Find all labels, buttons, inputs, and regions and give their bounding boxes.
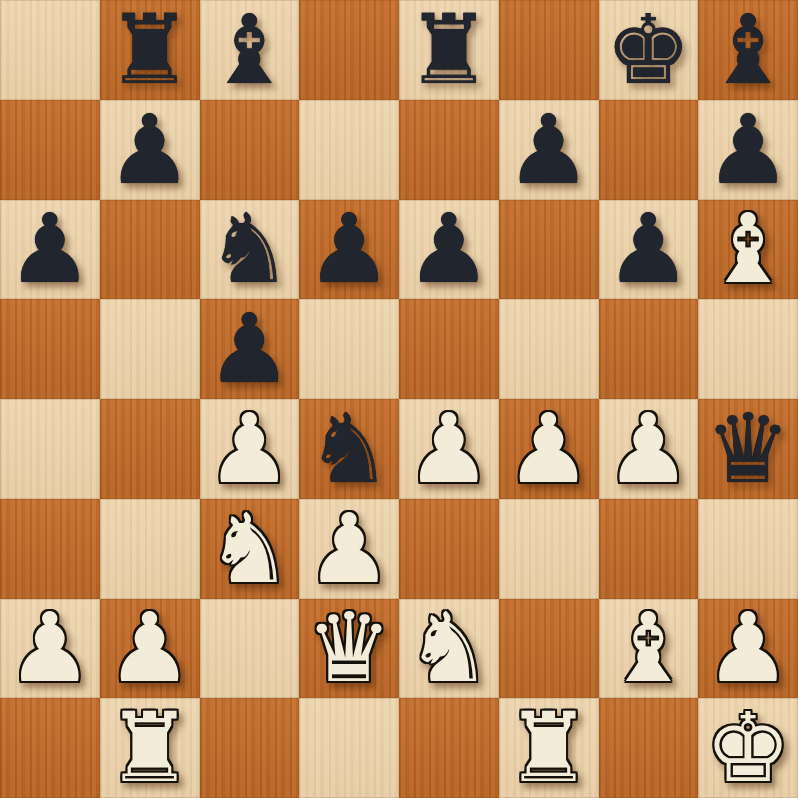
white-rook[interactable]: ♜ [100, 698, 200, 798]
square-e8[interactable]: ♜ [399, 0, 499, 100]
square-g4[interactable]: ♟ [599, 399, 699, 499]
square-f6[interactable] [499, 200, 599, 300]
square-e4[interactable]: ♟ [399, 399, 499, 499]
white-pawn[interactable]: ♟ [200, 399, 300, 499]
white-pawn[interactable]: ♟ [299, 499, 399, 599]
square-d1[interactable] [299, 698, 399, 798]
square-d3[interactable]: ♟ [299, 499, 399, 599]
square-c3[interactable]: ♞ [200, 499, 300, 599]
white-knight[interactable]: ♞ [200, 499, 300, 599]
board-wrap: ♜♝♜♚♝♟♟♟♟♞♟♟♟♝♟♟♞♟♟♟♛♞♟♟♟♛♞♝♟♜♜♚ [0, 0, 798, 798]
square-a1[interactable] [0, 698, 100, 798]
square-g5[interactable] [599, 299, 699, 399]
chess-board: ♜♝♜♚♝♟♟♟♟♞♟♟♟♝♟♟♞♟♟♟♛♞♟♟♟♛♞♝♟♜♜♚ [0, 0, 798, 798]
black-pawn[interactable]: ♟ [100, 100, 200, 200]
square-d8[interactable] [299, 0, 399, 100]
white-pawn[interactable]: ♟ [100, 599, 200, 699]
square-f4[interactable]: ♟ [499, 399, 599, 499]
square-e5[interactable] [399, 299, 499, 399]
square-h7[interactable]: ♟ [698, 100, 798, 200]
square-d7[interactable] [299, 100, 399, 200]
black-pawn[interactable]: ♟ [599, 200, 699, 300]
black-pawn[interactable]: ♟ [698, 100, 798, 200]
black-pawn[interactable]: ♟ [200, 299, 300, 399]
square-g6[interactable]: ♟ [599, 200, 699, 300]
black-pawn[interactable]: ♟ [499, 100, 599, 200]
square-c5[interactable]: ♟ [200, 299, 300, 399]
white-rook[interactable]: ♜ [499, 698, 599, 798]
square-c6[interactable]: ♞ [200, 200, 300, 300]
square-b5[interactable] [100, 299, 200, 399]
square-f1[interactable]: ♜ [499, 698, 599, 798]
square-a6[interactable]: ♟ [0, 200, 100, 300]
white-pawn[interactable]: ♟ [698, 599, 798, 699]
square-b1[interactable]: ♜ [100, 698, 200, 798]
square-a8[interactable] [0, 0, 100, 100]
white-pawn[interactable]: ♟ [399, 399, 499, 499]
white-pawn[interactable]: ♟ [599, 399, 699, 499]
square-g1[interactable] [599, 698, 699, 798]
black-pawn[interactable]: ♟ [0, 200, 100, 300]
black-knight[interactable]: ♞ [299, 399, 399, 499]
square-d2[interactable]: ♛ [299, 599, 399, 699]
square-g8[interactable]: ♚ [599, 0, 699, 100]
square-e3[interactable] [399, 499, 499, 599]
square-b2[interactable]: ♟ [100, 599, 200, 699]
square-f3[interactable] [499, 499, 599, 599]
square-f2[interactable] [499, 599, 599, 699]
square-d5[interactable] [299, 299, 399, 399]
square-a5[interactable] [0, 299, 100, 399]
square-b8[interactable]: ♜ [100, 0, 200, 100]
square-g3[interactable] [599, 499, 699, 599]
square-a4[interactable] [0, 399, 100, 499]
square-g2[interactable]: ♝ [599, 599, 699, 699]
black-king[interactable]: ♚ [599, 0, 699, 100]
square-h2[interactable]: ♟ [698, 599, 798, 699]
square-c8[interactable]: ♝ [200, 0, 300, 100]
square-a2[interactable]: ♟ [0, 599, 100, 699]
square-d6[interactable]: ♟ [299, 200, 399, 300]
white-pawn[interactable]: ♟ [499, 399, 599, 499]
square-e2[interactable]: ♞ [399, 599, 499, 699]
square-a7[interactable] [0, 100, 100, 200]
white-king[interactable]: ♚ [698, 698, 798, 798]
white-bishop[interactable]: ♝ [698, 200, 798, 300]
black-pawn[interactable]: ♟ [299, 200, 399, 300]
black-knight[interactable]: ♞ [200, 200, 300, 300]
black-queen[interactable]: ♛ [698, 399, 798, 499]
black-rook[interactable]: ♜ [399, 0, 499, 100]
square-h5[interactable] [698, 299, 798, 399]
black-rook[interactable]: ♜ [100, 0, 200, 100]
square-h8[interactable]: ♝ [698, 0, 798, 100]
square-h1[interactable]: ♚ [698, 698, 798, 798]
square-f5[interactable] [499, 299, 599, 399]
square-b3[interactable] [100, 499, 200, 599]
square-a3[interactable] [0, 499, 100, 599]
white-pawn[interactable]: ♟ [0, 599, 100, 699]
square-e6[interactable]: ♟ [399, 200, 499, 300]
square-h3[interactable] [698, 499, 798, 599]
square-d4[interactable]: ♞ [299, 399, 399, 499]
square-h6[interactable]: ♝ [698, 200, 798, 300]
white-bishop[interactable]: ♝ [599, 599, 699, 699]
square-c2[interactable] [200, 599, 300, 699]
square-f7[interactable]: ♟ [499, 100, 599, 200]
black-bishop[interactable]: ♝ [200, 0, 300, 100]
black-pawn[interactable]: ♟ [399, 200, 499, 300]
square-c4[interactable]: ♟ [200, 399, 300, 499]
square-b4[interactable] [100, 399, 200, 499]
square-e7[interactable] [399, 100, 499, 200]
white-queen[interactable]: ♛ [299, 599, 399, 699]
square-e1[interactable] [399, 698, 499, 798]
square-c1[interactable] [200, 698, 300, 798]
square-g7[interactable] [599, 100, 699, 200]
black-bishop[interactable]: ♝ [698, 0, 798, 100]
square-c7[interactable] [200, 100, 300, 200]
white-knight[interactable]: ♞ [399, 599, 499, 699]
square-b7[interactable]: ♟ [100, 100, 200, 200]
square-h4[interactable]: ♛ [698, 399, 798, 499]
square-b6[interactable] [100, 200, 200, 300]
square-f8[interactable] [499, 0, 599, 100]
